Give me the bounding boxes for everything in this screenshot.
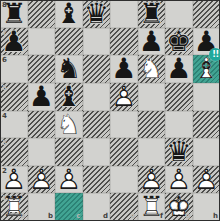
square-d1[interactable]: d	[83, 193, 111, 221]
square-f5[interactable]	[138, 83, 166, 111]
square-f8[interactable]: ♜	[138, 0, 166, 28]
square-f6[interactable]: ♞♘	[138, 55, 166, 83]
bishop-glyph: ♝	[56, 0, 81, 28]
square-g7[interactable]: ♚	[165, 28, 193, 56]
square-f3[interactable]	[138, 138, 166, 166]
chess-board-panel: 8♜♝♛♜7♟♟♚♟6♞♟♞♘♟♝♗!!5♟♝♟♙4♞♘3♛2♟♙♟♙♟♙♟♙♟…	[0, 0, 220, 221]
white-knight[interactable]: ♞♘	[138, 55, 166, 83]
pawn-glyph: ♟	[1, 28, 26, 56]
square-g5[interactable]	[165, 83, 193, 111]
rank-label-4: 4	[2, 112, 7, 120]
square-g4[interactable]	[165, 111, 193, 139]
white-pawn[interactable]: ♟♙	[165, 166, 193, 194]
square-f7[interactable]: ♟	[138, 28, 166, 56]
file-label-e: e	[131, 212, 136, 220]
queen-glyph: ♛	[166, 138, 191, 166]
black-pawn[interactable]: ♟	[110, 55, 138, 83]
square-b5[interactable]: ♟	[28, 83, 56, 111]
file-label-h: h	[213, 212, 218, 220]
square-a3[interactable]: 3	[0, 138, 28, 166]
square-g2[interactable]: ♟♙	[165, 166, 193, 194]
square-f1[interactable]: f♜♖	[138, 193, 166, 221]
knight-outline-glyph: ♘	[56, 111, 81, 139]
square-e1[interactable]: e	[110, 193, 138, 221]
square-c1[interactable]: c	[55, 193, 83, 221]
rook-outline-glyph: ♖	[1, 193, 26, 221]
file-label-c: c	[76, 212, 80, 220]
file-label-b: b	[48, 212, 53, 220]
bishop-glyph: ♝	[56, 83, 81, 111]
white-pawn[interactable]: ♟♙	[138, 166, 166, 194]
square-h4[interactable]	[193, 111, 221, 139]
square-f2[interactable]: ♟♙	[138, 166, 166, 194]
square-c8[interactable]: ♝	[55, 0, 83, 28]
square-b1[interactable]: b	[28, 193, 56, 221]
square-a2[interactable]: 2♟♙	[0, 166, 28, 194]
white-pawn[interactable]: ♟♙	[193, 166, 221, 194]
pawn-outline-glyph: ♙	[194, 166, 219, 194]
square-a6[interactable]: 6	[0, 55, 28, 83]
square-e5[interactable]: ♟♙	[110, 83, 138, 111]
square-h2[interactable]: ♟♙	[193, 166, 221, 194]
square-a5[interactable]: 5	[0, 83, 28, 111]
pawn-outline-glyph: ♙	[111, 83, 136, 111]
black-knight[interactable]: ♞	[55, 55, 83, 83]
rank-label-5: 5	[2, 84, 7, 92]
pawn-glyph: ♟	[166, 55, 191, 83]
white-pawn[interactable]: ♟♙	[28, 166, 56, 194]
square-c3[interactable]	[55, 138, 83, 166]
pawn-outline-glyph: ♙	[29, 166, 54, 194]
white-rook[interactable]: ♜♖	[138, 193, 166, 221]
square-b6[interactable]	[28, 55, 56, 83]
square-d2[interactable]	[83, 166, 111, 194]
square-h6[interactable]: ♝♗!!	[193, 55, 221, 83]
square-d4[interactable]	[83, 111, 111, 139]
square-f4[interactable]	[138, 111, 166, 139]
square-d3[interactable]	[83, 138, 111, 166]
square-h1[interactable]: h	[193, 193, 221, 221]
square-a7[interactable]: 7♟	[0, 28, 28, 56]
rook-outline-glyph: ♖	[139, 193, 164, 221]
square-e7[interactable]	[110, 28, 138, 56]
rank-label-3: 3	[2, 139, 7, 147]
square-c7[interactable]	[55, 28, 83, 56]
rook-glyph: ♜	[139, 0, 164, 28]
black-pawn[interactable]: ♟	[165, 55, 193, 83]
square-b8[interactable]	[28, 0, 56, 28]
knight-outline-glyph: ♘	[139, 55, 164, 83]
square-h8[interactable]	[193, 0, 221, 28]
square-e4[interactable]	[110, 111, 138, 139]
square-h5[interactable]	[193, 83, 221, 111]
square-b4[interactable]	[28, 111, 56, 139]
white-rook[interactable]: ♜♖	[0, 193, 28, 221]
square-c2[interactable]: ♟♙	[55, 166, 83, 194]
square-a4[interactable]: 4	[0, 111, 28, 139]
white-king[interactable]: ♚♔	[165, 193, 193, 221]
square-c5[interactable]: ♝	[55, 83, 83, 111]
square-e6[interactable]: ♟	[110, 55, 138, 83]
square-b2[interactable]: ♟♙	[28, 166, 56, 194]
pawn-outline-glyph: ♙	[56, 166, 81, 194]
black-queen[interactable]: ♛	[165, 138, 193, 166]
file-label-d: d	[103, 212, 108, 220]
square-c4[interactable]: ♞♘	[55, 111, 83, 139]
square-g6[interactable]: ♟	[165, 55, 193, 83]
black-bishop[interactable]: ♝	[55, 0, 83, 28]
square-d6[interactable]	[83, 55, 111, 83]
black-rook[interactable]: ♜	[138, 0, 166, 28]
square-b3[interactable]	[28, 138, 56, 166]
white-pawn[interactable]: ♟♙	[0, 166, 28, 194]
square-h3[interactable]	[193, 138, 221, 166]
pawn-glyph: ♟	[29, 83, 54, 111]
chess-board: 8♜♝♛♜7♟♟♚♟6♞♟♞♘♟♝♗!!5♟♝♟♙4♞♘3♛2♟♙♟♙♟♙♟♙♟…	[0, 0, 220, 221]
black-queen[interactable]: ♛	[83, 0, 111, 28]
square-g1[interactable]: g♚♔	[165, 193, 193, 221]
square-g8[interactable]	[165, 0, 193, 28]
square-b7[interactable]	[28, 28, 56, 56]
square-e3[interactable]	[110, 138, 138, 166]
square-c6[interactable]: ♞	[55, 55, 83, 83]
black-pawn[interactable]: ♟	[0, 28, 28, 56]
square-d7[interactable]	[83, 28, 111, 56]
square-a1[interactable]: 1a♜♖	[0, 193, 28, 221]
black-pawn[interactable]: ♟	[138, 28, 166, 56]
square-a8[interactable]: 8♜	[0, 0, 28, 28]
white-pawn[interactable]: ♟♙	[110, 83, 138, 111]
black-bishop[interactable]: ♝	[55, 83, 83, 111]
square-d5[interactable]	[83, 83, 111, 111]
square-g3[interactable]: ♛	[165, 138, 193, 166]
square-d8[interactable]: ♛	[83, 0, 111, 28]
square-e8[interactable]	[110, 0, 138, 28]
brilliant-move-badge: !!	[209, 48, 220, 61]
black-rook[interactable]: ♜	[0, 0, 28, 28]
king-outline-glyph: ♔	[166, 193, 191, 221]
black-king[interactable]: ♚	[165, 28, 193, 56]
queen-glyph: ♛	[84, 0, 109, 28]
white-pawn[interactable]: ♟♙	[55, 166, 83, 194]
black-pawn[interactable]: ♟	[28, 83, 56, 111]
square-e2[interactable]	[110, 166, 138, 194]
white-knight[interactable]: ♞♘	[55, 111, 83, 139]
rook-glyph: ♜	[1, 0, 26, 28]
